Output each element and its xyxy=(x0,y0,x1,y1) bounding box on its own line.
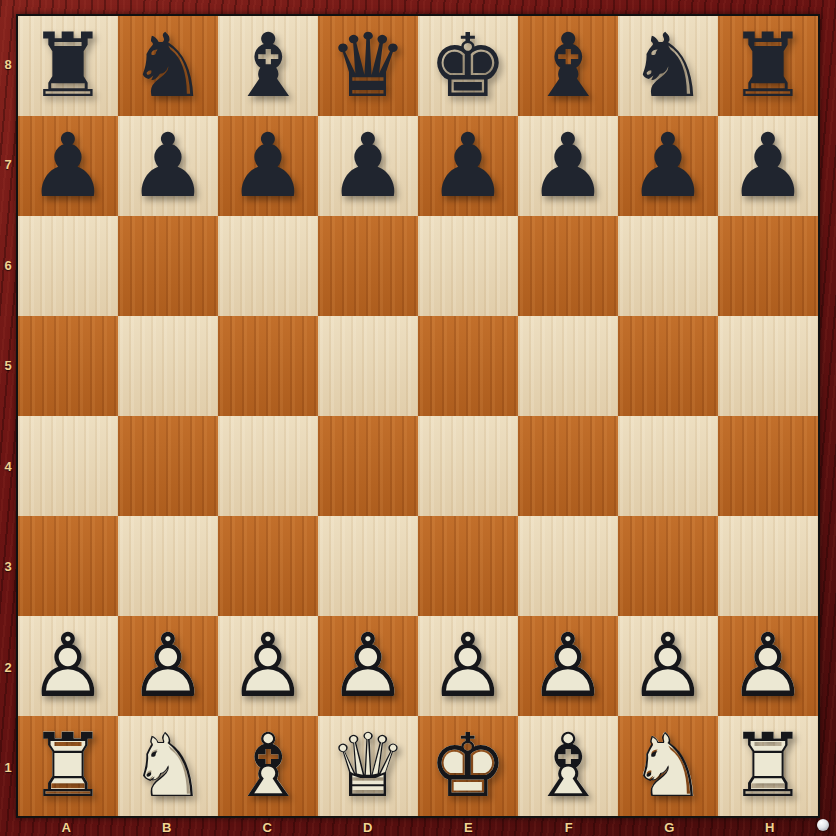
square-a2[interactable]: ♟♙ xyxy=(18,616,118,716)
square-a4[interactable] xyxy=(18,416,118,516)
square-b4[interactable] xyxy=(118,416,218,516)
piece-outline-glyph: ♖ xyxy=(18,716,118,816)
square-h7[interactable]: ♟ xyxy=(718,116,818,216)
piece-white-bishop[interactable]: ♝♗ xyxy=(518,716,618,816)
piece-outline-glyph: ♔ xyxy=(418,716,518,816)
piece-white-pawn[interactable]: ♟♙ xyxy=(218,616,318,716)
square-f2[interactable]: ♟♙ xyxy=(518,616,618,716)
piece-outline-glyph: ♗ xyxy=(518,716,618,816)
piece-black-king[interactable]: ♚ xyxy=(418,16,518,116)
square-a5[interactable] xyxy=(18,316,118,416)
square-h4[interactable] xyxy=(718,416,818,516)
square-e3[interactable] xyxy=(418,516,518,616)
rank-label-5: 5 xyxy=(0,316,16,417)
square-c2[interactable]: ♟♙ xyxy=(218,616,318,716)
piece-outline-glyph: ♘ xyxy=(118,716,218,816)
square-g2[interactable]: ♟♙ xyxy=(618,616,718,716)
piece-black-pawn[interactable]: ♟ xyxy=(318,116,418,216)
square-e8[interactable]: ♚ xyxy=(418,16,518,116)
file-label-a: A xyxy=(16,818,117,836)
square-f3[interactable] xyxy=(518,516,618,616)
piece-fill-glyph: ♞ xyxy=(118,16,218,116)
piece-outline-glyph: ♗ xyxy=(218,716,318,816)
square-h3[interactable] xyxy=(718,516,818,616)
square-e4[interactable] xyxy=(418,416,518,516)
square-c3[interactable] xyxy=(218,516,318,616)
square-b5[interactable] xyxy=(118,316,218,416)
file-labels: ABCDEFGH xyxy=(16,818,820,836)
piece-black-pawn[interactable]: ♟ xyxy=(518,116,618,216)
square-d7[interactable]: ♟ xyxy=(318,116,418,216)
square-f1[interactable]: ♝♗ xyxy=(518,716,618,816)
white-to-move-indicator xyxy=(817,819,829,831)
rank-label-4: 4 xyxy=(0,416,16,517)
square-d1[interactable]: ♛♕ xyxy=(318,716,418,816)
piece-white-queen[interactable]: ♛♕ xyxy=(318,716,418,816)
piece-outline-glyph: ♕ xyxy=(318,716,418,816)
piece-white-pawn[interactable]: ♟♙ xyxy=(18,616,118,716)
file-label-h: H xyxy=(720,818,821,836)
square-f4[interactable] xyxy=(518,416,618,516)
piece-fill-glyph: ♟ xyxy=(18,116,118,216)
piece-black-pawn[interactable]: ♟ xyxy=(718,116,818,216)
square-d3[interactable] xyxy=(318,516,418,616)
piece-black-pawn[interactable]: ♟ xyxy=(618,116,718,216)
square-d2[interactable]: ♟♙ xyxy=(318,616,418,716)
rank-labels: 87654321 xyxy=(0,14,16,818)
square-g4[interactable] xyxy=(618,416,718,516)
square-c7[interactable]: ♟ xyxy=(218,116,318,216)
piece-black-knight[interactable]: ♞ xyxy=(118,16,218,116)
square-g1[interactable]: ♞♘ xyxy=(618,716,718,816)
square-d8[interactable]: ♛ xyxy=(318,16,418,116)
piece-white-king[interactable]: ♚♔ xyxy=(418,716,518,816)
square-g6[interactable] xyxy=(618,216,718,316)
square-b7[interactable]: ♟ xyxy=(118,116,218,216)
piece-outline-glyph: ♙ xyxy=(118,616,218,716)
square-c8[interactable]: ♝ xyxy=(218,16,318,116)
file-label-f: F xyxy=(519,818,620,836)
piece-fill-glyph: ♟ xyxy=(418,116,518,216)
rank-label-8: 8 xyxy=(0,14,16,115)
square-d5[interactable] xyxy=(318,316,418,416)
piece-fill-glyph: ♞ xyxy=(618,16,718,116)
piece-black-pawn[interactable]: ♟ xyxy=(118,116,218,216)
square-e1[interactable]: ♚♔ xyxy=(418,716,518,816)
square-c4[interactable] xyxy=(218,416,318,516)
square-d4[interactable] xyxy=(318,416,418,516)
file-label-d: D xyxy=(318,818,419,836)
piece-outline-glyph: ♘ xyxy=(618,716,718,816)
file-label-b: B xyxy=(117,818,218,836)
file-label-e: E xyxy=(418,818,519,836)
piece-fill-glyph: ♟ xyxy=(218,116,318,216)
square-c6[interactable] xyxy=(218,216,318,316)
square-b2[interactable]: ♟♙ xyxy=(118,616,218,716)
square-b1[interactable]: ♞♘ xyxy=(118,716,218,816)
piece-white-pawn[interactable]: ♟♙ xyxy=(718,616,818,716)
piece-fill-glyph: ♜ xyxy=(718,16,818,116)
square-a1[interactable]: ♜♖ xyxy=(18,716,118,816)
piece-outline-glyph: ♙ xyxy=(218,616,318,716)
piece-fill-glyph: ♟ xyxy=(718,116,818,216)
piece-black-rook[interactable]: ♜ xyxy=(718,16,818,116)
piece-black-pawn[interactable]: ♟ xyxy=(218,116,318,216)
piece-black-pawn[interactable]: ♟ xyxy=(18,116,118,216)
square-e5[interactable] xyxy=(418,316,518,416)
square-g3[interactable] xyxy=(618,516,718,616)
square-e6[interactable] xyxy=(418,216,518,316)
square-d6[interactable] xyxy=(318,216,418,316)
square-h6[interactable] xyxy=(718,216,818,316)
file-label-g: G xyxy=(619,818,720,836)
piece-white-bishop[interactable]: ♝♗ xyxy=(218,716,318,816)
piece-fill-glyph: ♟ xyxy=(618,116,718,216)
piece-fill-glyph: ♟ xyxy=(518,116,618,216)
piece-black-bishop[interactable]: ♝ xyxy=(518,16,618,116)
piece-outline-glyph: ♙ xyxy=(418,616,518,716)
square-a7[interactable]: ♟ xyxy=(18,116,118,216)
square-f6[interactable] xyxy=(518,216,618,316)
piece-white-pawn[interactable]: ♟♙ xyxy=(618,616,718,716)
square-g8[interactable]: ♞ xyxy=(618,16,718,116)
square-b8[interactable]: ♞ xyxy=(118,16,218,116)
square-g5[interactable] xyxy=(618,316,718,416)
piece-white-pawn[interactable]: ♟♙ xyxy=(418,616,518,716)
piece-black-pawn[interactable]: ♟ xyxy=(418,116,518,216)
piece-white-rook[interactable]: ♜♖ xyxy=(718,716,818,816)
piece-fill-glyph: ♛ xyxy=(318,16,418,116)
square-h5[interactable] xyxy=(718,316,818,416)
rank-label-1: 1 xyxy=(0,718,16,819)
piece-outline-glyph: ♙ xyxy=(318,616,418,716)
piece-outline-glyph: ♙ xyxy=(518,616,618,716)
piece-fill-glyph: ♝ xyxy=(518,16,618,116)
rank-label-7: 7 xyxy=(0,115,16,216)
square-a8[interactable]: ♜ xyxy=(18,16,118,116)
piece-black-knight[interactable]: ♞ xyxy=(618,16,718,116)
piece-fill-glyph: ♟ xyxy=(118,116,218,216)
piece-black-queen[interactable]: ♛ xyxy=(318,16,418,116)
piece-fill-glyph: ♝ xyxy=(218,16,318,116)
board[interactable]: ♜♞♝♛♚♝♞♜♟♟♟♟♟♟♟♟♟♙♟♙♟♙♟♙♟♙♟♙♟♙♟♙♜♖♞♘♝♗♛♕… xyxy=(16,14,820,818)
chess-board-window: 87654321 ♜♞♝♛♚♝♞♜♟♟♟♟♟♟♟♟♟♙♟♙♟♙♟♙♟♙♟♙♟♙♟… xyxy=(0,0,836,836)
piece-fill-glyph: ♜ xyxy=(18,16,118,116)
square-h8[interactable]: ♜ xyxy=(718,16,818,116)
piece-black-bishop[interactable]: ♝ xyxy=(218,16,318,116)
square-c5[interactable] xyxy=(218,316,318,416)
square-c1[interactable]: ♝♗ xyxy=(218,716,318,816)
square-a3[interactable] xyxy=(18,516,118,616)
piece-white-pawn[interactable]: ♟♙ xyxy=(518,616,618,716)
piece-white-pawn[interactable]: ♟♙ xyxy=(318,616,418,716)
piece-outline-glyph: ♙ xyxy=(718,616,818,716)
square-h2[interactable]: ♟♙ xyxy=(718,616,818,716)
rank-label-2: 2 xyxy=(0,617,16,718)
square-f5[interactable] xyxy=(518,316,618,416)
square-g7[interactable]: ♟ xyxy=(618,116,718,216)
rank-label-6: 6 xyxy=(0,215,16,316)
square-b3[interactable] xyxy=(118,516,218,616)
piece-white-pawn[interactable]: ♟♙ xyxy=(118,616,218,716)
piece-black-rook[interactable]: ♜ xyxy=(18,16,118,116)
square-b6[interactable] xyxy=(118,216,218,316)
square-f7[interactable]: ♟ xyxy=(518,116,618,216)
piece-outline-glyph: ♖ xyxy=(718,716,818,816)
piece-outline-glyph: ♙ xyxy=(618,616,718,716)
piece-white-knight[interactable]: ♞♘ xyxy=(118,716,218,816)
square-f8[interactable]: ♝ xyxy=(518,16,618,116)
piece-outline-glyph: ♙ xyxy=(18,616,118,716)
square-h1[interactable]: ♜♖ xyxy=(718,716,818,816)
piece-white-knight[interactable]: ♞♘ xyxy=(618,716,718,816)
square-e7[interactable]: ♟ xyxy=(418,116,518,216)
piece-fill-glyph: ♚ xyxy=(418,16,518,116)
square-a6[interactable] xyxy=(18,216,118,316)
square-e2[interactable]: ♟♙ xyxy=(418,616,518,716)
piece-fill-glyph: ♟ xyxy=(318,116,418,216)
piece-white-rook[interactable]: ♜♖ xyxy=(18,716,118,816)
file-label-c: C xyxy=(217,818,318,836)
rank-label-3: 3 xyxy=(0,517,16,618)
